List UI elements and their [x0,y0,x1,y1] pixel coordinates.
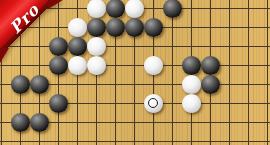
white-stone [144,94,163,113]
white-stone [87,37,106,56]
black-stone [106,0,125,18]
black-stone [11,75,30,94]
go-board[interactable] [0,0,270,145]
black-stone [49,37,68,56]
black-stone [163,0,182,18]
stone-grid [0,0,270,145]
black-stone [49,56,68,75]
white-stone [87,0,106,18]
pro-go-banner[interactable]: Pro [0,0,270,145]
black-stone [49,94,68,113]
black-stone [68,37,87,56]
black-stone [106,18,125,37]
white-stone [182,75,201,94]
white-stone [68,56,87,75]
white-stone [68,18,87,37]
black-stone [30,75,49,94]
white-stone [182,94,201,113]
white-stone [144,56,163,75]
black-stone [201,75,220,94]
black-stone [144,18,163,37]
black-stone [125,18,144,37]
white-stone [87,56,106,75]
black-stone [201,56,220,75]
last-move-circle-marker [148,98,158,108]
black-stone [87,18,106,37]
black-stone [30,113,49,132]
black-stone [182,56,201,75]
white-stone [125,0,144,18]
black-stone [11,113,30,132]
